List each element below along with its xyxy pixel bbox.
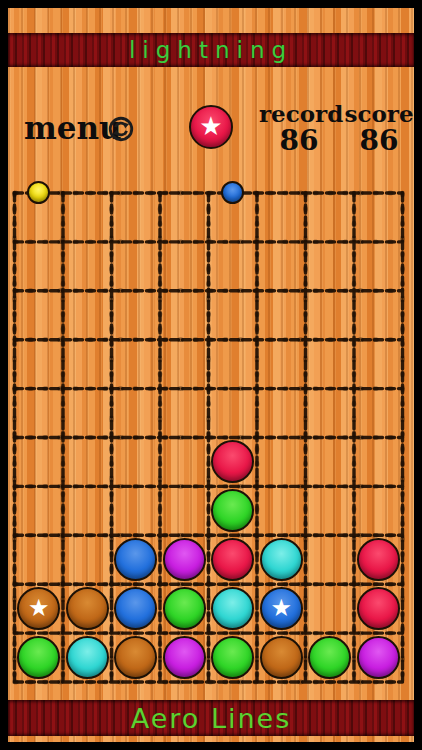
ball-red-r8c7[interactable] (357, 587, 400, 630)
incoming-ball-yellow-c0[interactable] (27, 181, 50, 204)
ball-layer[interactable]: ★★ (0, 0, 422, 750)
ball-magenta-r9c7[interactable] (357, 636, 400, 679)
ball-cyan-r8c4[interactable] (211, 587, 254, 630)
ball-red-r7c7[interactable] (357, 538, 400, 581)
ball-cyan-r7c5[interactable] (260, 538, 303, 581)
ball-green-r9c6[interactable] (308, 636, 351, 679)
ball-blue-r7c2[interactable] (114, 538, 157, 581)
ball-cyan-r9c1[interactable] (66, 636, 109, 679)
star-icon: ★ (270, 596, 292, 620)
ball-green-r8c3[interactable] (163, 587, 206, 630)
ball-red-r5c4[interactable] (211, 440, 254, 483)
star-icon: ★ (28, 596, 50, 620)
ball-magenta-r9c3[interactable] (163, 636, 206, 679)
ball-orange-r8c1[interactable] (66, 587, 109, 630)
ball-orange-r9c2[interactable] (114, 636, 157, 679)
ball-magenta-r7c3[interactable] (163, 538, 206, 581)
ball-green-r6c4[interactable] (211, 489, 254, 532)
incoming-ball-blue-c4[interactable] (221, 181, 244, 204)
ball-blue-r8c2[interactable] (114, 587, 157, 630)
ball-green-r9c4[interactable] (211, 636, 254, 679)
ball-orange-r9c5[interactable] (260, 636, 303, 679)
ball-red-r7c4[interactable] (211, 538, 254, 581)
app-frame: { "game": "Aero Lines — color lines / fa… (0, 0, 422, 750)
app-title-bar: Aero Lines (8, 700, 414, 736)
ball-blue-r8c5[interactable]: ★ (260, 587, 303, 630)
ball-green-r9c0[interactable] (17, 636, 60, 679)
ball-orange-r8c0[interactable]: ★ (17, 587, 60, 630)
app-title: Aero Lines (131, 703, 292, 734)
